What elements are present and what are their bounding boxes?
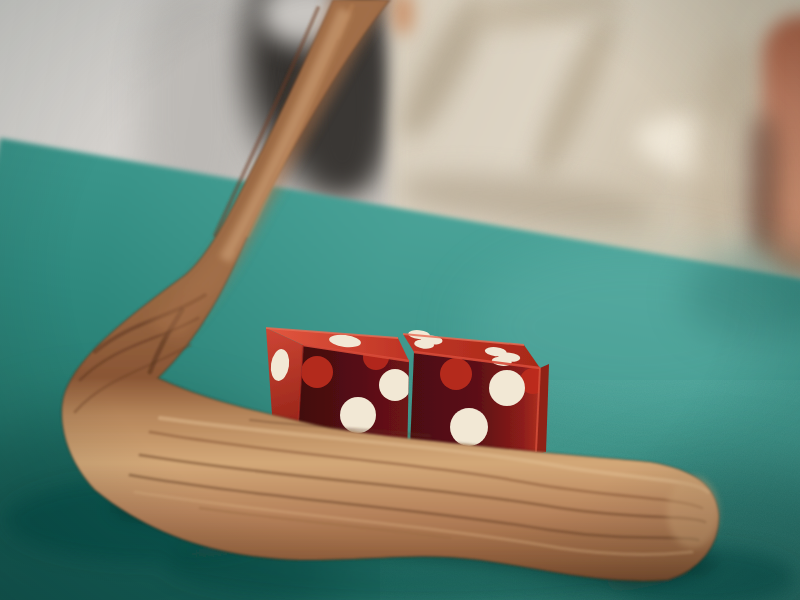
dice-and-stick-art <box>0 0 800 600</box>
croupier-stick-body <box>62 0 719 581</box>
right-die-pip <box>489 370 525 406</box>
left-die-pip <box>379 369 411 401</box>
right-die-pip <box>450 408 488 446</box>
right-die-inner-pip <box>440 358 472 390</box>
left-die-inner-pip <box>301 356 333 388</box>
stick-shaft-sheen <box>225 10 345 260</box>
craps-photo-scene <box>0 0 800 600</box>
croupier-stick <box>62 0 719 581</box>
stick-tip-highlight <box>667 476 719 548</box>
